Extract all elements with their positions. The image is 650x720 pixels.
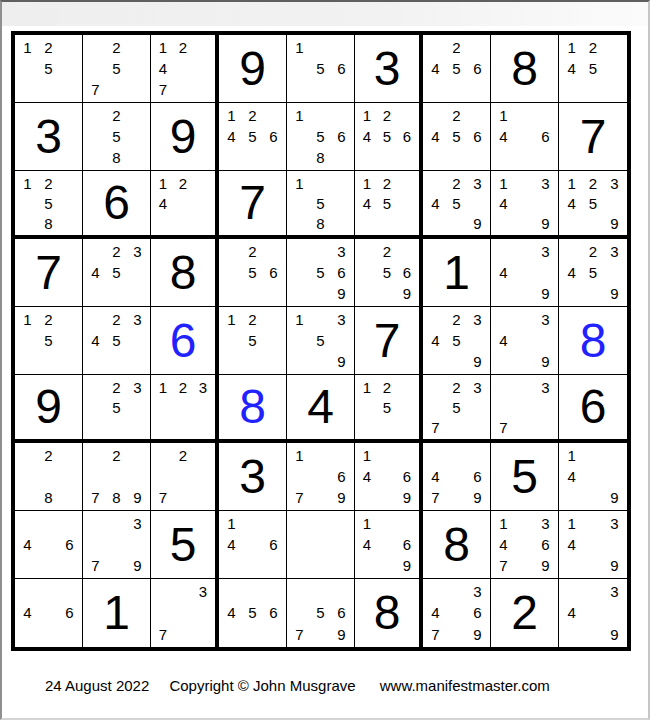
pencil-marks: 2357 [425, 377, 488, 437]
candidate-digit: 6 [397, 534, 417, 555]
cell-r9c3[interactable]: 37 [151, 579, 219, 647]
candidate-digit: 1 [289, 445, 310, 466]
cell-r6c3[interactable]: 123 [151, 375, 219, 443]
candidate-digit: 1 [17, 173, 38, 193]
candidate-digit: 1 [221, 309, 242, 330]
candidate-digit: 9 [535, 213, 556, 233]
candidate-digit: 9 [127, 555, 148, 576]
cell-r6c7[interactable]: 2357 [423, 375, 491, 443]
pencil-marks: 1679 [289, 445, 352, 508]
candidate-digit: 2 [377, 377, 397, 397]
cell-r2c2[interactable]: 258 [83, 103, 151, 171]
pencil-marks: 46 [17, 513, 80, 576]
cell-r7c6[interactable]: 1469 [355, 443, 423, 511]
candidate-digit: 3 [331, 309, 352, 330]
cell-r4c8[interactable]: 349 [491, 239, 559, 307]
candidate-digit: 3 [331, 241, 352, 262]
candidate-digit: 6 [331, 126, 352, 147]
cell-r1c7[interactable]: 2456 [423, 35, 491, 103]
cell-r5c6[interactable]: 7 [355, 307, 423, 375]
candidate-digit: 2 [242, 105, 263, 126]
cell-r8c6[interactable]: 1469 [355, 511, 423, 579]
cell-r6c9[interactable]: 6 [559, 375, 627, 443]
cell-r3c1[interactable]: 1258 [15, 171, 83, 239]
cell-r9c1[interactable]: 46 [15, 579, 83, 647]
pencil-marks: 257 [85, 37, 148, 100]
candidate-digit: 9 [604, 487, 625, 508]
pencil-marks [289, 513, 352, 576]
candidate-digit: 4 [425, 58, 446, 79]
cell-r9c6[interactable]: 8 [355, 579, 423, 647]
candidate-digit: 2 [106, 445, 127, 466]
candidate-digit: 4 [221, 602, 242, 623]
cell-r7c5[interactable]: 1679 [287, 443, 355, 511]
candidate-digit: 2 [38, 173, 59, 193]
candidate-digit: 6 [397, 262, 417, 283]
candidate-digit: 4 [221, 126, 242, 147]
candidate-digit: 1 [221, 105, 242, 126]
candidate-digit: 9 [467, 487, 488, 508]
candidate-digit: 1 [493, 513, 514, 534]
cell-r5c7[interactable]: 23459 [423, 307, 491, 375]
candidate-digit: 1 [357, 445, 377, 466]
cell-r2c3[interactable]: 9 [151, 103, 219, 171]
cell-r2c7[interactable]: 2456 [423, 103, 491, 171]
cell-r8c4[interactable]: 146 [219, 511, 287, 579]
pencil-marks: 349 [561, 581, 625, 645]
candidate-digit: 4 [493, 534, 514, 555]
cell-r3c3[interactable]: 124 [151, 171, 219, 239]
cell-r2c5[interactable]: 1568 [287, 103, 355, 171]
candidate-digit: 7 [425, 417, 446, 437]
cell-r5c2[interactable]: 2345 [83, 307, 151, 375]
candidate-digit: 2 [173, 37, 193, 58]
cell-r4c5[interactable]: 3569 [287, 239, 355, 307]
pencil-marks: 1469 [357, 513, 417, 576]
candidate-digit: 5 [38, 58, 59, 79]
pencil-marks: 23459 [561, 241, 625, 304]
given-digit: 7 [374, 317, 401, 365]
candidate-digit: 3 [535, 241, 556, 262]
candidate-digit: 2 [173, 377, 193, 397]
candidate-digit: 5 [310, 602, 331, 623]
candidate-digit: 6 [263, 534, 284, 555]
candidate-digit: 3 [467, 309, 488, 330]
given-digit: 8 [511, 45, 538, 93]
cell-r5c9[interactable]: 8 [559, 307, 627, 375]
cell-r6c2[interactable]: 235 [83, 375, 151, 443]
candidate-digit: 2 [446, 105, 467, 126]
cell-r5c3[interactable]: 6 [151, 307, 219, 375]
pencil-marks: 456 [221, 581, 284, 645]
cell-r5c1[interactable]: 125 [15, 307, 83, 375]
given-digit: 1 [443, 249, 470, 297]
cell-r2c4[interactable]: 12456 [219, 103, 287, 171]
footer-copyright: Copyright © John Musgrave [169, 677, 355, 694]
candidate-digit: 9 [604, 624, 625, 645]
pencil-marks: 1349 [561, 513, 625, 576]
cell-r8c3[interactable]: 5 [151, 511, 219, 579]
cell-r6c6[interactable]: 125 [355, 375, 423, 443]
candidate-digit: 1 [153, 377, 173, 397]
candidate-digit: 7 [493, 417, 514, 437]
candidate-digit: 3 [127, 377, 148, 397]
candidate-digit: 3 [467, 377, 488, 397]
candidate-digit: 5 [377, 126, 397, 147]
cell-r4c2[interactable]: 2345 [83, 239, 151, 307]
pencil-marks: 12456 [357, 105, 417, 168]
candidate-digit: 4 [357, 193, 377, 213]
candidate-digit: 5 [446, 58, 467, 79]
footer-website: www.manifestmaster.com [380, 677, 550, 694]
candidate-digit: 2 [582, 173, 603, 193]
candidate-digit: 9 [467, 624, 488, 645]
candidate-digit: 4 [357, 126, 377, 147]
pencil-marks: 1258 [17, 173, 80, 233]
candidate-digit: 2 [38, 445, 59, 466]
entered-digit: 8 [239, 383, 266, 431]
candidate-digit: 9 [331, 487, 352, 508]
cell-r5c5[interactable]: 1359 [287, 307, 355, 375]
candidate-digit: 4 [425, 330, 446, 351]
given-digit: 8 [443, 521, 470, 569]
pencil-marks: 2456 [425, 37, 488, 100]
candidate-digit: 9 [331, 624, 352, 645]
candidate-digit: 5 [106, 262, 127, 283]
candidate-digit: 6 [331, 262, 352, 283]
candidate-digit: 9 [467, 213, 488, 233]
candidate-digit: 1 [17, 37, 38, 58]
cell-r2c1[interactable]: 3 [15, 103, 83, 171]
given-digit: 3 [239, 453, 266, 501]
cell-r3c8[interactable]: 1349 [491, 171, 559, 239]
pencil-marks: 235 [85, 377, 148, 437]
candidate-digit: 5 [242, 330, 263, 351]
candidate-digit: 3 [535, 513, 556, 534]
pencil-marks: 123459 [561, 173, 625, 233]
cell-r8c5[interactable] [287, 511, 355, 579]
cell-r6c8[interactable]: 37 [491, 375, 559, 443]
candidate-digit: 7 [425, 624, 446, 645]
candidate-digit: 1 [153, 173, 173, 193]
given-digit: 6 [580, 383, 607, 431]
candidate-digit: 1 [357, 105, 377, 126]
candidate-digit: 5 [446, 397, 467, 417]
candidate-digit: 5 [242, 262, 263, 283]
pencil-marks: 156 [289, 37, 352, 100]
candidate-digit: 9 [397, 283, 417, 304]
pencil-marks: 1568 [289, 105, 352, 168]
candidate-digit: 9 [127, 487, 148, 508]
cell-r3c2[interactable]: 6 [83, 171, 151, 239]
candidate-digit: 5 [310, 330, 331, 351]
cell-r3c6[interactable]: 1245 [355, 171, 423, 239]
candidate-digit: 4 [153, 193, 173, 213]
candidate-digit: 7 [289, 624, 310, 645]
cell-r2c8[interactable]: 146 [491, 103, 559, 171]
candidate-digit: 1 [17, 309, 38, 330]
candidate-digit: 6 [331, 466, 352, 487]
candidate-digit: 6 [397, 466, 417, 487]
candidate-digit: 2 [173, 173, 193, 193]
cell-r4c3[interactable]: 8 [151, 239, 219, 307]
candidate-digit: 3 [193, 377, 213, 397]
candidate-digit: 2 [106, 105, 127, 126]
candidate-digit: 1 [289, 173, 310, 193]
cell-r4c6[interactable]: 2569 [355, 239, 423, 307]
given-digit: 2 [511, 589, 538, 637]
cell-r1c9[interactable]: 1245 [559, 35, 627, 103]
pencil-marks: 23459 [425, 309, 488, 372]
pencil-marks: 158 [289, 173, 352, 233]
candidate-digit: 3 [604, 241, 625, 262]
cell-r5c8[interactable]: 349 [491, 307, 559, 375]
cell-r1c1[interactable]: 125 [15, 35, 83, 103]
pencil-marks: 37 [153, 581, 213, 645]
cell-r7c1[interactable]: 28 [15, 443, 83, 511]
candidate-digit: 6 [467, 602, 488, 623]
given-digit: 6 [103, 179, 130, 227]
footer-date: 24 August 2022 [45, 677, 149, 694]
candidate-digit: 5 [377, 193, 397, 213]
cell-r1c4[interactable]: 9 [219, 35, 287, 103]
candidate-digit: 4 [561, 262, 582, 283]
candidate-digit: 6 [331, 58, 352, 79]
candidate-digit: 8 [38, 213, 59, 233]
cell-r8c1[interactable]: 46 [15, 511, 83, 579]
pencil-marks: 258 [85, 105, 148, 168]
cell-r9c4[interactable]: 456 [219, 579, 287, 647]
cell-r7c8[interactable]: 5 [491, 443, 559, 511]
candidate-digit: 5 [310, 126, 331, 147]
pencil-marks: 134679 [493, 513, 556, 576]
cell-r4c4[interactable]: 256 [219, 239, 287, 307]
candidate-digit: 9 [604, 555, 625, 576]
candidate-digit: 7 [493, 555, 514, 576]
cell-r6c1[interactable]: 9 [15, 375, 83, 443]
cell-r7c2[interactable]: 2789 [83, 443, 151, 511]
candidate-digit: 6 [263, 262, 284, 283]
candidate-digit: 7 [153, 79, 173, 100]
candidate-digit: 8 [106, 147, 127, 168]
candidate-digit: 5 [106, 58, 127, 79]
candidate-digit: 6 [535, 126, 556, 147]
candidate-digit: 4 [425, 193, 446, 213]
pencil-marks: 2345 [85, 309, 148, 372]
candidate-digit: 6 [535, 534, 556, 555]
candidate-digit: 2 [106, 377, 127, 397]
candidate-digit: 1 [561, 513, 582, 534]
cell-r9c7[interactable]: 34679 [423, 579, 491, 647]
candidate-digit: 1 [493, 105, 514, 126]
pencil-marks: 149 [561, 445, 625, 508]
candidate-digit: 1 [153, 37, 173, 58]
pencil-marks: 12456 [221, 105, 284, 168]
candidate-digit: 9 [604, 283, 625, 304]
candidate-digit: 9 [535, 351, 556, 372]
candidate-digit: 6 [59, 602, 80, 623]
cell-r8c7[interactable]: 8 [423, 511, 491, 579]
candidate-digit: 5 [582, 58, 603, 79]
pencil-marks: 1359 [289, 309, 352, 372]
candidate-digit: 3 [535, 377, 556, 397]
pencil-marks: 1469 [357, 445, 417, 508]
candidate-digit: 6 [263, 126, 284, 147]
candidate-digit: 4 [561, 193, 582, 213]
pencil-marks: 2789 [85, 445, 148, 508]
cell-r1c2[interactable]: 257 [83, 35, 151, 103]
candidate-digit: 8 [38, 487, 59, 508]
pencil-marks: 2345 [85, 241, 148, 304]
given-digit: 7 [580, 113, 607, 161]
pencil-marks: 125 [357, 377, 417, 437]
cell-r3c7[interactable]: 23459 [423, 171, 491, 239]
pencil-marks: 349 [493, 309, 556, 372]
candidate-digit: 1 [561, 37, 582, 58]
cell-r4c9[interactable]: 23459 [559, 239, 627, 307]
candidate-digit: 5 [38, 193, 59, 213]
candidate-digit: 7 [85, 487, 106, 508]
candidate-digit: 2 [242, 309, 263, 330]
cell-r3c5[interactable]: 158 [287, 171, 355, 239]
cell-r9c2[interactable]: 1 [83, 579, 151, 647]
pencil-marks: 125 [221, 309, 284, 372]
candidate-digit: 2 [446, 377, 467, 397]
pencil-marks: 34679 [425, 581, 488, 645]
candidate-digit: 1 [561, 173, 582, 193]
pencil-marks: 379 [85, 513, 148, 576]
candidate-digit: 3 [467, 173, 488, 193]
cell-r4c1[interactable]: 7 [15, 239, 83, 307]
candidate-digit: 3 [604, 513, 625, 534]
given-digit: 3 [35, 113, 62, 161]
pencil-marks: 2569 [357, 241, 417, 304]
candidate-digit: 4 [85, 330, 106, 351]
candidate-digit: 4 [357, 466, 377, 487]
cell-r8c8[interactable]: 134679 [491, 511, 559, 579]
given-digit: 9 [170, 113, 197, 161]
cell-r5c4[interactable]: 125 [219, 307, 287, 375]
candidate-digit: 4 [561, 534, 582, 555]
cell-r7c3[interactable]: 27 [151, 443, 219, 511]
cell-r3c4[interactable]: 7 [219, 171, 287, 239]
pencil-marks: 1247 [153, 37, 213, 100]
cell-r6c4[interactable]: 8 [219, 375, 287, 443]
candidate-digit: 2 [106, 241, 127, 262]
cell-r7c9[interactable]: 149 [559, 443, 627, 511]
candidate-digit: 5 [242, 126, 263, 147]
candidate-digit: 1 [357, 513, 377, 534]
candidate-digit: 6 [467, 466, 488, 487]
candidate-digit: 5 [582, 193, 603, 213]
candidate-digit: 2 [106, 37, 127, 58]
cell-r7c4[interactable]: 3 [219, 443, 287, 511]
cell-r3c9[interactable]: 123459 [559, 171, 627, 239]
pencil-marks: 1245 [561, 37, 625, 100]
candidate-digit: 2 [106, 309, 127, 330]
candidate-digit: 5 [377, 262, 397, 283]
cell-r8c2[interactable]: 379 [83, 511, 151, 579]
pencil-marks: 146 [493, 105, 556, 168]
cell-r9c9[interactable]: 349 [559, 579, 627, 647]
candidate-digit: 5 [310, 193, 331, 213]
candidate-digit: 5 [106, 397, 127, 417]
candidate-digit: 5 [310, 58, 331, 79]
cell-r8c9[interactable]: 1349 [559, 511, 627, 579]
pencil-marks: 37 [493, 377, 556, 437]
candidate-digit: 1 [221, 513, 242, 534]
candidate-digit: 4 [493, 330, 514, 351]
candidate-digit: 4 [17, 534, 38, 555]
cell-r1c8[interactable]: 8 [491, 35, 559, 103]
given-digit: 1 [103, 589, 130, 637]
candidate-digit: 7 [425, 487, 446, 508]
candidate-digit: 3 [604, 581, 625, 602]
entered-digit: 8 [580, 317, 607, 365]
candidate-digit: 5 [106, 330, 127, 351]
given-digit: 4 [307, 383, 334, 431]
header-bar [2, 2, 648, 26]
cell-r2c9[interactable]: 7 [559, 103, 627, 171]
candidate-digit: 1 [493, 173, 514, 193]
cell-r4c7[interactable]: 1 [423, 239, 491, 307]
candidate-digit: 4 [85, 262, 106, 283]
cell-r1c6[interactable]: 3 [355, 35, 423, 103]
candidate-digit: 4 [221, 534, 242, 555]
candidate-digit: 6 [467, 58, 488, 79]
candidate-digit: 2 [377, 105, 397, 126]
candidate-digit: 2 [38, 37, 59, 58]
cell-r1c5[interactable]: 156 [287, 35, 355, 103]
candidate-digit: 2 [173, 445, 193, 466]
candidate-digit: 7 [289, 487, 310, 508]
candidate-digit: 3 [127, 241, 148, 262]
candidate-digit: 4 [561, 466, 582, 487]
candidate-digit: 1 [289, 37, 310, 58]
candidate-digit: 7 [153, 624, 173, 645]
cell-r9c5[interactable]: 5679 [287, 579, 355, 647]
given-digit: 8 [374, 589, 401, 637]
page: 1252571247915632456812453258912456156812… [0, 0, 650, 720]
candidate-digit: 9 [535, 555, 556, 576]
candidate-digit: 4 [425, 602, 446, 623]
candidate-digit: 2 [377, 173, 397, 193]
entered-digit: 6 [170, 317, 197, 365]
candidate-digit: 7 [153, 487, 173, 508]
sudoku-board: 1252571247915632456812453258912456156812… [11, 31, 631, 651]
candidate-digit: 4 [561, 58, 582, 79]
candidate-digit: 4 [357, 534, 377, 555]
pencil-marks: 256 [221, 241, 284, 304]
candidate-digit: 5 [446, 126, 467, 147]
cell-r2c6[interactable]: 12456 [355, 103, 423, 171]
given-digit: 7 [35, 249, 62, 297]
cell-r9c8[interactable]: 2 [491, 579, 559, 647]
candidate-digit: 4 [425, 126, 446, 147]
given-digit: 3 [374, 45, 401, 93]
candidate-digit: 1 [357, 377, 377, 397]
candidate-digit: 2 [377, 241, 397, 262]
cell-r7c7[interactable]: 4679 [423, 443, 491, 511]
pencil-marks: 123 [153, 377, 213, 437]
cell-r1c3[interactable]: 1247 [151, 35, 219, 103]
given-digit: 9 [239, 45, 266, 93]
candidate-digit: 3 [127, 309, 148, 330]
candidate-digit: 4 [17, 602, 38, 623]
candidate-digit: 4 [153, 58, 173, 79]
cell-r6c5[interactable]: 4 [287, 375, 355, 443]
candidate-digit: 3 [467, 581, 488, 602]
